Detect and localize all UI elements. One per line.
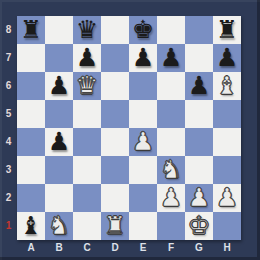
rank-label-6: 6 [0, 72, 17, 100]
piece-black-pawn-e7[interactable]: ♟ [129, 44, 157, 72]
rank-label-1: 1 [0, 212, 17, 240]
square-f6[interactable] [157, 72, 185, 100]
square-a3[interactable] [17, 156, 45, 184]
square-d4[interactable] [101, 128, 129, 156]
square-h4[interactable] [213, 128, 241, 156]
piece-black-king-e8[interactable]: ♚ [129, 16, 157, 44]
chess-board[interactable]: ♜♛♚♜♟♟♟♟♟♛♟♝♟♟♞♟♟♟♝♞♜♚ [17, 16, 241, 240]
square-a2[interactable] [17, 184, 45, 212]
square-a7[interactable] [17, 44, 45, 72]
square-f2[interactable]: ♟ [157, 184, 185, 212]
file-label-c: C [73, 241, 101, 257]
square-c7[interactable]: ♟ [73, 44, 101, 72]
piece-white-rook-d1[interactable]: ♜ [101, 212, 129, 240]
piece-white-knight-b1[interactable]: ♞ [45, 212, 73, 240]
piece-white-pawn-h2[interactable]: ♟ [213, 184, 241, 212]
square-a8[interactable]: ♜ [17, 16, 45, 44]
piece-white-pawn-e4[interactable]: ♟ [129, 128, 157, 156]
file-label-a: A [17, 241, 45, 257]
square-b3[interactable] [45, 156, 73, 184]
square-b8[interactable] [45, 16, 73, 44]
rank-label-2: 2 [0, 184, 17, 212]
rank-label-7: 7 [0, 44, 17, 72]
square-f3[interactable]: ♞ [157, 156, 185, 184]
piece-black-pawn-f7[interactable]: ♟ [157, 44, 185, 72]
piece-black-rook-h8[interactable]: ♜ [213, 16, 241, 44]
square-d8[interactable] [101, 16, 129, 44]
square-a1[interactable]: ♝ [17, 212, 45, 240]
square-f4[interactable] [157, 128, 185, 156]
board-frame: 87654321 ♜♛♚♜♟♟♟♟♟♛♟♝♟♟♞♟♟♟♝♞♜♚ ABCDEFGH [0, 0, 260, 260]
file-label-h: H [213, 241, 241, 257]
square-c8[interactable]: ♛ [73, 16, 101, 44]
square-e2[interactable] [129, 184, 157, 212]
square-f7[interactable]: ♟ [157, 44, 185, 72]
square-h7[interactable]: ♟ [213, 44, 241, 72]
square-g1[interactable]: ♚ [185, 212, 213, 240]
square-a5[interactable] [17, 100, 45, 128]
square-c5[interactable] [73, 100, 101, 128]
square-h3[interactable] [213, 156, 241, 184]
piece-black-pawn-c7[interactable]: ♟ [73, 44, 101, 72]
square-g4[interactable] [185, 128, 213, 156]
piece-black-bishop-a1[interactable]: ♝ [17, 212, 45, 240]
square-h2[interactable]: ♟ [213, 184, 241, 212]
square-h5[interactable] [213, 100, 241, 128]
file-labels: ABCDEFGH [17, 241, 241, 257]
piece-black-pawn-h7[interactable]: ♟ [213, 44, 241, 72]
square-b5[interactable] [45, 100, 73, 128]
square-g6[interactable]: ♟ [185, 72, 213, 100]
piece-black-queen-c8[interactable]: ♛ [73, 16, 101, 44]
square-d6[interactable] [101, 72, 129, 100]
square-e7[interactable]: ♟ [129, 44, 157, 72]
square-f8[interactable] [157, 16, 185, 44]
square-a6[interactable] [17, 72, 45, 100]
file-label-f: F [157, 241, 185, 257]
file-label-g: G [185, 241, 213, 257]
square-d1[interactable]: ♜ [101, 212, 129, 240]
square-b1[interactable]: ♞ [45, 212, 73, 240]
piece-black-pawn-b6[interactable]: ♟ [45, 72, 73, 100]
square-c1[interactable] [73, 212, 101, 240]
square-h6[interactable]: ♝ [213, 72, 241, 100]
square-e5[interactable] [129, 100, 157, 128]
square-d5[interactable] [101, 100, 129, 128]
square-f5[interactable] [157, 100, 185, 128]
square-c3[interactable] [73, 156, 101, 184]
file-label-d: D [101, 241, 129, 257]
piece-black-pawn-g6[interactable]: ♟ [185, 72, 213, 100]
square-b7[interactable] [45, 44, 73, 72]
square-e4[interactable]: ♟ [129, 128, 157, 156]
rank-label-3: 3 [0, 156, 17, 184]
square-c4[interactable] [73, 128, 101, 156]
piece-white-queen-c6[interactable]: ♛ [73, 72, 101, 100]
square-g5[interactable] [185, 100, 213, 128]
square-b4[interactable]: ♟ [45, 128, 73, 156]
square-h8[interactable]: ♜ [213, 16, 241, 44]
rank-label-8: 8 [0, 16, 17, 44]
square-c6[interactable]: ♛ [73, 72, 101, 100]
piece-white-pawn-f2[interactable]: ♟ [157, 184, 185, 212]
square-g3[interactable] [185, 156, 213, 184]
rank-label-5: 5 [0, 100, 17, 128]
square-b6[interactable]: ♟ [45, 72, 73, 100]
file-label-b: B [45, 241, 73, 257]
piece-black-pawn-b4[interactable]: ♟ [45, 128, 73, 156]
square-f1[interactable] [157, 212, 185, 240]
square-d2[interactable] [101, 184, 129, 212]
piece-black-rook-a8[interactable]: ♜ [17, 16, 45, 44]
square-g2[interactable]: ♟ [185, 184, 213, 212]
file-label-e: E [129, 241, 157, 257]
square-e1[interactable] [129, 212, 157, 240]
rank-label-4: 4 [0, 128, 17, 156]
square-a4[interactable] [17, 128, 45, 156]
piece-white-pawn-g2[interactable]: ♟ [185, 184, 213, 212]
square-e6[interactable] [129, 72, 157, 100]
piece-white-bishop-h6[interactable]: ♝ [213, 72, 241, 100]
piece-white-king-g1[interactable]: ♚ [185, 212, 213, 240]
square-e8[interactable]: ♚ [129, 16, 157, 44]
square-h1[interactable] [213, 212, 241, 240]
square-d3[interactable] [101, 156, 129, 184]
square-g8[interactable] [185, 16, 213, 44]
square-c2[interactable] [73, 184, 101, 212]
piece-white-knight-f3[interactable]: ♞ [157, 156, 185, 184]
rank-labels: 87654321 [0, 16, 17, 240]
square-g7[interactable] [185, 44, 213, 72]
square-d7[interactable] [101, 44, 129, 72]
square-b2[interactable] [45, 184, 73, 212]
square-e3[interactable] [129, 156, 157, 184]
